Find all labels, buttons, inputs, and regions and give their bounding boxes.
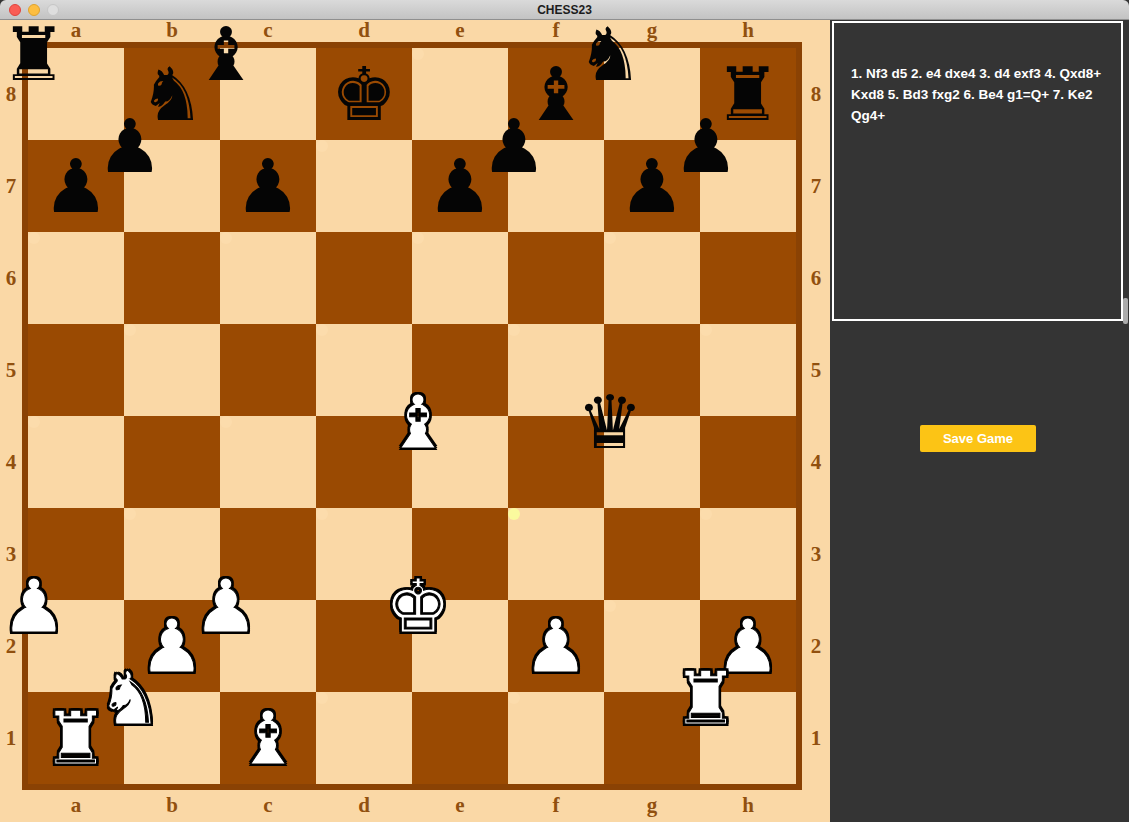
square-f1[interactable] (508, 692, 520, 704)
square-c8[interactable]: ♝ (220, 48, 232, 60)
square-d7[interactable] (316, 140, 328, 152)
file-label-a: a (28, 790, 124, 822)
square-h4[interactable] (700, 416, 796, 508)
rank-label-4: 4 (0, 416, 22, 508)
rank-label-4: 4 (802, 416, 830, 508)
move-list-panel[interactable]: 1. Nf3 d5 2. e4 dxe4 3. d4 exf3 4. Qxd8+… (832, 21, 1123, 321)
square-d8[interactable]: ♚ (316, 48, 412, 140)
board: ♜♞♝♚♝♞♜♟♟♟♟♟♟♟♝♛♟♟♟♚♟♟♜♞♝♜ (22, 42, 802, 790)
square-c5[interactable] (220, 324, 316, 416)
square-h7[interactable]: ♟ (700, 140, 712, 152)
square-f3[interactable] (508, 508, 520, 520)
square-a6[interactable] (28, 232, 40, 244)
white-knight-b1[interactable]: ♞ (97, 652, 163, 744)
rank-label-6: 6 (802, 232, 830, 324)
square-h6[interactable] (700, 232, 796, 324)
square-h1[interactable]: ♜ (700, 692, 712, 704)
square-h3[interactable] (700, 508, 712, 520)
rank-labels-right: 87654321 (802, 48, 830, 784)
square-g8[interactable]: ♞ (604, 48, 616, 60)
white-pawn-f2[interactable]: ♟ (523, 600, 589, 692)
square-f6[interactable] (508, 232, 604, 324)
rank-label-1: 1 (0, 692, 22, 784)
square-e2[interactable]: ♚ (412, 600, 424, 612)
black-king-d8[interactable]: ♚ (331, 48, 397, 140)
black-knight-g8[interactable]: ♞ (577, 8, 643, 100)
file-labels-top: abcdefgh (28, 19, 796, 42)
square-c7[interactable]: ♟ (220, 140, 316, 232)
white-pawn-a2[interactable]: ♟ (1, 560, 67, 652)
rank-label-7: 7 (0, 140, 22, 232)
square-c6[interactable] (220, 232, 232, 244)
square-g6[interactable] (604, 232, 616, 244)
rank-label-5: 5 (0, 324, 22, 416)
file-label-g: g (604, 790, 700, 822)
square-d5[interactable] (316, 324, 328, 336)
file-label-e: e (412, 790, 508, 822)
square-f5[interactable] (508, 324, 520, 336)
rank-label-5: 5 (802, 324, 830, 416)
black-bishop-c8[interactable]: ♝ (193, 8, 259, 100)
square-b6[interactable] (124, 232, 220, 324)
white-bishop-c1[interactable]: ♝ (235, 692, 301, 784)
square-e1[interactable] (412, 692, 508, 784)
file-label-b: b (124, 790, 220, 822)
square-b3[interactable] (124, 508, 136, 520)
black-queen-g4[interactable]: ♛ (577, 376, 643, 468)
square-d6[interactable] (316, 232, 412, 324)
square-e8[interactable] (412, 48, 424, 60)
square-f2[interactable]: ♟ (508, 600, 604, 692)
file-labels-bottom: abcdefgh (28, 790, 796, 822)
rank-label-2: 2 (802, 600, 830, 692)
square-b1[interactable]: ♞ (124, 692, 136, 704)
file-label-d: d (316, 19, 412, 42)
rank-label-8: 8 (802, 48, 830, 140)
black-rook-a8[interactable]: ♜ (1, 8, 67, 100)
scrollbar-thumb[interactable] (1123, 298, 1128, 324)
rank-label-7: 7 (802, 140, 830, 232)
black-pawn-f7[interactable]: ♟ (481, 100, 547, 192)
titlebar: CHESS23 (0, 0, 1129, 20)
white-bishop-e4[interactable]: ♝ (385, 376, 451, 468)
white-rook-h1[interactable]: ♜ (673, 652, 739, 744)
square-e6[interactable] (412, 232, 424, 244)
square-g3[interactable] (604, 508, 700, 600)
square-h5[interactable] (700, 324, 712, 336)
square-g4[interactable]: ♛ (604, 416, 616, 428)
save-game-button[interactable]: Save Game (920, 425, 1036, 452)
square-e4[interactable]: ♝ (412, 416, 424, 428)
square-d3[interactable] (316, 508, 328, 520)
rank-label-1: 1 (802, 692, 830, 784)
rank-label-6: 6 (0, 232, 22, 324)
rank-labels-left: 87654321 (0, 48, 22, 784)
black-pawn-h7[interactable]: ♟ (673, 100, 739, 192)
square-a8[interactable]: ♜ (28, 48, 40, 60)
square-a5[interactable] (28, 324, 124, 416)
square-a4[interactable] (28, 416, 40, 428)
square-g2[interactable] (604, 600, 616, 612)
white-pawn-c2[interactable]: ♟ (193, 560, 259, 652)
square-c1[interactable]: ♝ (220, 692, 316, 784)
square-b5[interactable] (124, 324, 136, 336)
move-list: 1. Nf3 d5 2. e4 dxe4 3. d4 exf3 4. Qxd8+… (851, 63, 1105, 126)
board-area: abcdefgh abcdefgh 87654321 87654321 ♜♞♝♚… (0, 20, 830, 822)
square-c2[interactable]: ♟ (220, 600, 232, 612)
file-label-h: h (700, 790, 796, 822)
rank-label-3: 3 (802, 508, 830, 600)
sidebar: 1. Nf3 d5 2. e4 dxe4 3. d4 exf3 4. Qxd8+… (830, 20, 1129, 822)
black-pawn-b7[interactable]: ♟ (97, 100, 163, 192)
white-king-e2[interactable]: ♚ (385, 560, 451, 652)
square-c4[interactable] (220, 416, 232, 428)
file-label-f: f (508, 790, 604, 822)
square-d1[interactable] (316, 692, 328, 704)
square-b7[interactable]: ♟ (124, 140, 136, 152)
black-pawn-c7[interactable]: ♟ (235, 140, 301, 232)
square-a2[interactable]: ♟ (28, 600, 40, 612)
window-title: CHESS23 (0, 0, 1129, 20)
file-label-d: d (316, 790, 412, 822)
file-label-h: h (700, 19, 796, 42)
square-b4[interactable] (124, 416, 220, 508)
square-f7[interactable]: ♟ (508, 140, 520, 152)
file-label-c: c (220, 790, 316, 822)
file-label-e: e (412, 19, 508, 42)
